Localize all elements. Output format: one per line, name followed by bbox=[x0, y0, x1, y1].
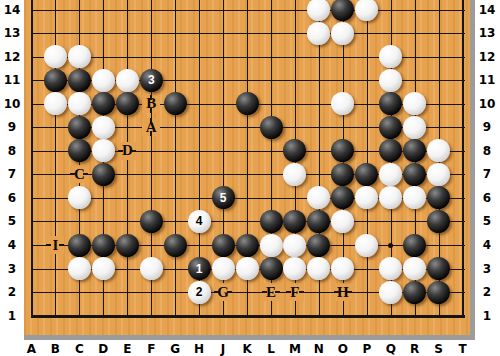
row-label-right-11: 11 bbox=[476, 72, 498, 88]
row-label-left-8: 8 bbox=[1, 143, 23, 159]
grid-hline-13 bbox=[32, 33, 465, 34]
row-label-right-12: 12 bbox=[476, 49, 498, 65]
row-label-left-1: 1 bbox=[1, 308, 23, 324]
stone-white-O3[interactable] bbox=[331, 257, 354, 280]
row-label-left-3: 3 bbox=[1, 261, 23, 277]
board-shadow-right bbox=[470, 0, 475, 340]
stone-black-M5[interactable] bbox=[283, 210, 306, 233]
row-label-right-2: 2 bbox=[476, 284, 498, 300]
row-label-right-10: 10 bbox=[476, 96, 498, 112]
col-label-K: K bbox=[237, 341, 257, 356]
stone-white-F3[interactable] bbox=[140, 257, 163, 280]
col-label-L: L bbox=[261, 341, 281, 356]
stone-black-C11[interactable] bbox=[68, 69, 91, 92]
stone-black-E10[interactable] bbox=[116, 92, 139, 115]
stone-white-M7[interactable] bbox=[283, 163, 306, 186]
label-dash bbox=[150, 95, 152, 100]
stone-black-S2[interactable] bbox=[427, 281, 450, 304]
stone-black-N4[interactable] bbox=[307, 234, 330, 257]
stone-black-K10[interactable] bbox=[236, 92, 259, 115]
label-G-J2: G bbox=[214, 283, 232, 301]
stone-black-M8[interactable] bbox=[283, 139, 306, 162]
label-C-C7: C bbox=[70, 165, 88, 183]
col-label-M: M bbox=[285, 341, 305, 356]
stone-black-R4[interactable] bbox=[403, 234, 426, 257]
col-label-T: T bbox=[453, 341, 473, 356]
stone-white-O13[interactable] bbox=[331, 22, 354, 45]
grid-vline-G bbox=[175, 0, 176, 318]
stone-white-R6[interactable] bbox=[403, 186, 426, 209]
stone-white-Q6[interactable] bbox=[379, 186, 402, 209]
row-label-left-14: 14 bbox=[1, 2, 23, 18]
stone-white-M3[interactable] bbox=[283, 257, 306, 280]
stone-black-P7[interactable] bbox=[355, 163, 378, 186]
row-label-left-4: 4 bbox=[1, 237, 23, 253]
stone-white-Q2[interactable] bbox=[379, 281, 402, 304]
stone-white-C3[interactable] bbox=[68, 257, 91, 280]
label-dash bbox=[334, 291, 339, 293]
stone-black-R7[interactable] bbox=[403, 163, 426, 186]
col-label-A: A bbox=[22, 341, 42, 356]
label-dash bbox=[150, 108, 152, 113]
stone-white-P6[interactable] bbox=[355, 186, 378, 209]
col-label-C: C bbox=[69, 341, 89, 356]
stone-black-J6[interactable]: 5 bbox=[212, 186, 235, 209]
label-H-O2: H bbox=[334, 283, 352, 301]
label-text: I bbox=[53, 238, 59, 253]
stone-white-P14[interactable] bbox=[355, 0, 378, 21]
grid-hline-14 bbox=[32, 10, 465, 11]
stone-black-E4[interactable] bbox=[116, 234, 139, 257]
stone-black-R8[interactable] bbox=[403, 139, 426, 162]
row-label-left-9: 9 bbox=[1, 119, 23, 135]
board-shadow-bottom bbox=[24, 335, 475, 340]
stone-white-J3[interactable] bbox=[212, 257, 235, 280]
row-label-left-5: 5 bbox=[1, 213, 23, 229]
row-label-right-8: 8 bbox=[476, 143, 498, 159]
row-label-left-13: 13 bbox=[1, 25, 23, 41]
label-dash bbox=[262, 291, 267, 293]
label-dash bbox=[150, 118, 152, 123]
stone-black-S5[interactable] bbox=[427, 210, 450, 233]
stone-white-S8[interactable] bbox=[427, 139, 450, 162]
label-dash bbox=[46, 244, 51, 246]
stone-white-O10[interactable] bbox=[331, 92, 354, 115]
col-label-O: O bbox=[333, 341, 353, 356]
stone-black-B11[interactable] bbox=[44, 69, 67, 92]
grid-hline-1 bbox=[32, 315, 465, 318]
go-diagram-page: ABCDEFGHI35412 1413121110987654321 14131… bbox=[0, 0, 500, 356]
stone-white-N6[interactable] bbox=[307, 186, 330, 209]
go-board[interactable]: ABCDEFGHI35412 bbox=[24, 0, 470, 335]
label-dash bbox=[131, 150, 136, 152]
stone-white-C6[interactable] bbox=[68, 186, 91, 209]
col-label-S: S bbox=[429, 341, 449, 356]
stone-black-C8[interactable] bbox=[68, 139, 91, 162]
label-dash bbox=[70, 173, 75, 175]
label-dash bbox=[286, 291, 291, 293]
col-label-Q: Q bbox=[381, 341, 401, 356]
stone-black-O14[interactable] bbox=[331, 0, 354, 21]
label-E-L2: E bbox=[262, 283, 280, 301]
stone-black-F11[interactable]: 3 bbox=[140, 69, 163, 92]
stone-black-N5[interactable] bbox=[307, 210, 330, 233]
label-dash bbox=[275, 291, 280, 293]
stone-white-N13[interactable] bbox=[307, 22, 330, 45]
row-label-left-2: 2 bbox=[1, 284, 23, 300]
label-dash bbox=[83, 173, 88, 175]
stone-white-D11[interactable] bbox=[92, 69, 115, 92]
row-label-right-6: 6 bbox=[476, 190, 498, 206]
stone-black-Q9[interactable] bbox=[379, 116, 402, 139]
stone-white-N3[interactable] bbox=[307, 257, 330, 280]
stone-black-Q8[interactable] bbox=[379, 139, 402, 162]
stone-white-R3[interactable] bbox=[403, 257, 426, 280]
stone-white-N14[interactable] bbox=[307, 0, 330, 21]
stone-black-H3[interactable]: 1 bbox=[188, 257, 211, 280]
label-dash bbox=[118, 150, 123, 152]
stone-white-R9[interactable] bbox=[403, 116, 426, 139]
label-A-F9: A bbox=[142, 118, 160, 136]
row-label-right-5: 5 bbox=[476, 213, 498, 229]
stone-black-O7[interactable] bbox=[331, 163, 354, 186]
stone-white-D9[interactable] bbox=[92, 116, 115, 139]
label-D-E8: D bbox=[118, 142, 136, 160]
stone-white-H5[interactable]: 4 bbox=[188, 210, 211, 233]
stone-white-B10[interactable] bbox=[44, 92, 67, 115]
row-label-left-6: 6 bbox=[1, 190, 23, 206]
row-label-right-3: 3 bbox=[476, 261, 498, 277]
label-dash bbox=[347, 291, 352, 293]
col-label-F: F bbox=[141, 341, 161, 356]
row-label-left-12: 12 bbox=[1, 49, 23, 65]
stone-white-Q11[interactable] bbox=[379, 69, 402, 92]
stone-black-R2[interactable] bbox=[403, 281, 426, 304]
row-label-right-4: 4 bbox=[476, 237, 498, 253]
row-label-right-9: 9 bbox=[476, 119, 498, 135]
col-label-H: H bbox=[189, 341, 209, 356]
stone-white-P4[interactable] bbox=[355, 234, 378, 257]
stone-black-S6[interactable] bbox=[427, 186, 450, 209]
grid-hline-5 bbox=[32, 221, 465, 222]
stone-black-C9[interactable] bbox=[68, 116, 91, 139]
stone-black-D4[interactable] bbox=[92, 234, 115, 257]
col-label-N: N bbox=[309, 341, 329, 356]
stone-black-Q10[interactable] bbox=[379, 92, 402, 115]
stone-black-C4[interactable] bbox=[68, 234, 91, 257]
stone-black-K4[interactable] bbox=[236, 234, 259, 257]
stone-white-M4[interactable] bbox=[283, 234, 306, 257]
stone-black-J4[interactable] bbox=[212, 234, 235, 257]
stone-white-D8[interactable] bbox=[92, 139, 115, 162]
col-label-P: P bbox=[357, 341, 377, 356]
stone-white-Q12[interactable] bbox=[379, 45, 402, 68]
stone-white-K3[interactable] bbox=[236, 257, 259, 280]
label-I-B4: I bbox=[46, 236, 64, 254]
stone-black-D7[interactable] bbox=[92, 163, 115, 186]
stone-white-S7[interactable] bbox=[427, 163, 450, 186]
stone-black-L3[interactable] bbox=[260, 257, 283, 280]
col-label-D: D bbox=[93, 341, 113, 356]
row-label-left-11: 11 bbox=[1, 72, 23, 88]
stone-white-C10[interactable] bbox=[68, 92, 91, 115]
col-label-R: R bbox=[405, 341, 425, 356]
label-dash bbox=[227, 291, 232, 293]
row-label-right-1: 1 bbox=[476, 308, 498, 324]
row-label-left-10: 10 bbox=[1, 96, 23, 112]
col-label-J: J bbox=[213, 341, 233, 356]
stone-white-Q3[interactable] bbox=[379, 257, 402, 280]
col-label-E: E bbox=[117, 341, 137, 356]
col-label-B: B bbox=[45, 341, 65, 356]
grid-vline-P bbox=[367, 0, 368, 318]
col-label-G: G bbox=[165, 341, 185, 356]
stone-white-Q7[interactable] bbox=[379, 163, 402, 186]
grid-vline-T bbox=[462, 0, 464, 318]
row-label-right-13: 13 bbox=[476, 25, 498, 41]
stone-black-O6[interactable] bbox=[331, 186, 354, 209]
stone-white-H2[interactable]: 2 bbox=[188, 281, 211, 304]
stone-black-S3[interactable] bbox=[427, 257, 450, 280]
label-dash bbox=[59, 244, 64, 246]
stone-white-D3[interactable] bbox=[92, 257, 115, 280]
label-B-F10: B bbox=[142, 95, 160, 113]
stone-white-B12[interactable] bbox=[44, 45, 67, 68]
stone-black-L5[interactable] bbox=[260, 210, 283, 233]
row-label-right-7: 7 bbox=[476, 166, 498, 182]
label-dash bbox=[214, 291, 219, 293]
label-F-M2: F bbox=[286, 283, 304, 301]
row-label-right-14: 14 bbox=[476, 2, 498, 18]
stone-white-R10[interactable] bbox=[403, 92, 426, 115]
grid-vline-A bbox=[31, 0, 33, 318]
star-point-Q4 bbox=[388, 243, 393, 248]
stone-black-F5[interactable] bbox=[140, 210, 163, 233]
stone-white-E11[interactable] bbox=[116, 69, 139, 92]
stone-white-L4[interactable] bbox=[260, 234, 283, 257]
stone-black-O8[interactable] bbox=[331, 139, 354, 162]
row-label-left-7: 7 bbox=[1, 166, 23, 182]
stone-black-G10[interactable] bbox=[164, 92, 187, 115]
label-dash bbox=[150, 131, 152, 136]
stone-black-G4[interactable] bbox=[164, 234, 187, 257]
stone-black-L9[interactable] bbox=[260, 116, 283, 139]
label-dash bbox=[299, 291, 304, 293]
stone-white-C12[interactable] bbox=[68, 45, 91, 68]
stone-black-D10[interactable] bbox=[92, 92, 115, 115]
stone-white-O5[interactable] bbox=[331, 210, 354, 233]
